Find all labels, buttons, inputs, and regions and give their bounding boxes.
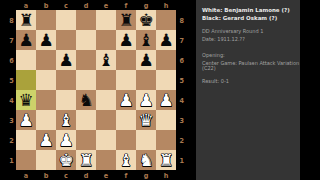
result-line: Result: 0-1: [202, 78, 300, 84]
square-b8: [36, 10, 56, 30]
rank-label-2-left: 2: [7, 130, 16, 150]
file-label-b-bottom: b: [36, 170, 56, 180]
square-d3: [76, 110, 96, 130]
square-f4: ♟: [116, 90, 136, 110]
square-g1: ♞: [136, 150, 156, 170]
file-label-c-top: c: [56, 0, 76, 10]
white-rook: ♜: [78, 150, 93, 170]
square-h1: ♜: [156, 150, 176, 170]
stage: abcdefgh8♜♜♚87♟♟♟♝♟76♟♝♟6554♛♞♟♟♟43♟♝♛32…: [0, 0, 320, 180]
event-line: DD Anniversary Round 1: [202, 29, 300, 35]
opening-heading: Opening:: [202, 53, 300, 59]
square-g4: ♟: [136, 90, 156, 110]
square-d7: [76, 30, 96, 50]
square-a6: [16, 50, 36, 70]
square-h6: [156, 50, 176, 70]
square-h8: [156, 10, 176, 30]
white-pawn: ♟: [138, 90, 153, 110]
square-h4: ♟: [156, 90, 176, 110]
rank-label-6-left: 6: [7, 50, 16, 70]
black-rook: ♜: [118, 10, 133, 30]
square-b1: [36, 150, 56, 170]
square-f1: ♝: [116, 150, 136, 170]
rank-label-3-right: 3: [176, 110, 196, 130]
rank-label-8-right: 8: [176, 10, 196, 30]
game-info-panel: White: Benjamin Lamone (?) Black: Gerard…: [196, 0, 300, 180]
square-c6: ♟: [56, 50, 76, 70]
black-pawn: ♟: [118, 30, 133, 50]
square-b2: ♟: [36, 130, 56, 150]
square-e2: [96, 130, 116, 150]
rank-label-5-left: 5: [7, 70, 16, 90]
square-c1: ♚: [56, 150, 76, 170]
file-label-h-bottom: h: [156, 170, 176, 180]
square-d6: [76, 50, 96, 70]
black-player-line: Black: Gerard Oskam (?): [202, 16, 300, 22]
file-label-g-top: g: [136, 0, 156, 10]
square-a5: [16, 70, 36, 90]
file-label-h-top: h: [156, 0, 176, 10]
square-c7: [56, 30, 76, 50]
square-h5: [156, 70, 176, 90]
square-f5: [116, 70, 136, 90]
rank-label-1-right: 1: [176, 150, 196, 170]
square-h3: [156, 110, 176, 130]
square-f7: ♟: [116, 30, 136, 50]
white-queen: ♛: [138, 110, 153, 130]
square-f3: [116, 110, 136, 130]
file-label-e-bottom: e: [96, 170, 116, 180]
square-c8: [56, 10, 76, 30]
square-a1: [16, 150, 36, 170]
date-line: Date: 1911.12.??: [202, 36, 300, 42]
square-e3: [96, 110, 116, 130]
square-c5: [56, 70, 76, 90]
corner-bottom-right: [176, 170, 196, 180]
square-g7: ♝: [136, 30, 156, 50]
square-d2: [76, 130, 96, 150]
square-h2: [156, 130, 176, 150]
square-e4: [96, 90, 116, 110]
rank-label-4-left: 4: [7, 90, 16, 110]
right-black-margin: [300, 0, 320, 180]
square-e8: [96, 10, 116, 30]
black-pawn: ♟: [138, 50, 153, 70]
black-knight: ♞: [78, 90, 93, 110]
white-knight: ♞: [138, 150, 153, 170]
white-pawn: ♟: [58, 130, 73, 150]
file-label-f-top: f: [116, 0, 136, 10]
rank-label-2-right: 2: [176, 130, 196, 150]
file-label-f-bottom: f: [116, 170, 136, 180]
black-pawn: ♟: [58, 50, 73, 70]
rank-label-5-right: 5: [176, 70, 196, 90]
square-f8: ♜: [116, 10, 136, 30]
black-pawn: ♟: [158, 30, 173, 50]
square-b4: [36, 90, 56, 110]
square-b5: [36, 70, 56, 90]
square-f6: [116, 50, 136, 70]
rank-label-6-right: 6: [176, 50, 196, 70]
white-pawn: ♟: [158, 90, 173, 110]
rank-label-4-right: 4: [176, 90, 196, 110]
file-label-b-top: b: [36, 0, 56, 10]
white-player-line: White: Benjamin Lamone (?): [202, 7, 300, 13]
black-queen: ♛: [18, 90, 33, 110]
square-d1: ♜: [76, 150, 96, 170]
rank-label-7-left: 7: [7, 30, 16, 50]
file-label-d-top: d: [76, 0, 96, 10]
black-pawn: ♟: [38, 30, 53, 50]
rank-label-7-right: 7: [176, 30, 196, 50]
opening-line: Center Game: Paulsen Attack Variation (C…: [202, 60, 300, 71]
file-label-e-top: e: [96, 0, 116, 10]
square-f2: [116, 130, 136, 150]
square-a8: ♜: [16, 10, 36, 30]
square-e5: [96, 70, 116, 90]
square-h7: ♟: [156, 30, 176, 50]
square-a3: ♟: [16, 110, 36, 130]
screenshot-viewport: abcdefgh8♜♜♚87♟♟♟♝♟76♟♝♟6554♛♞♟♟♟43♟♝♛32…: [0, 0, 320, 180]
white-pawn: ♟: [38, 130, 53, 150]
black-bishop: ♝: [98, 50, 113, 70]
square-c3: ♝: [56, 110, 76, 130]
white-rook: ♜: [158, 150, 173, 170]
file-label-g-bottom: g: [136, 170, 156, 180]
black-rook: ♜: [18, 10, 33, 30]
square-e6: ♝: [96, 50, 116, 70]
file-label-a-top: a: [16, 0, 36, 10]
square-g6: ♟: [136, 50, 156, 70]
square-d4: ♞: [76, 90, 96, 110]
white-pawn: ♟: [18, 110, 33, 130]
square-g5: [136, 70, 156, 90]
square-a4: ♛: [16, 90, 36, 110]
black-king: ♚: [138, 10, 153, 30]
white-bishop: ♝: [58, 110, 73, 130]
square-a2: [16, 130, 36, 150]
black-pawn: ♟: [18, 30, 33, 50]
square-g2: [136, 130, 156, 150]
square-c4: [56, 90, 76, 110]
square-e1: [96, 150, 116, 170]
square-g3: ♛: [136, 110, 156, 130]
square-d8: [76, 10, 96, 30]
rank-label-3-left: 3: [7, 110, 16, 130]
white-pawn: ♟: [118, 90, 133, 110]
file-label-c-bottom: c: [56, 170, 76, 180]
corner-top-left: [7, 0, 16, 10]
file-label-d-bottom: d: [76, 170, 96, 180]
square-b3: [36, 110, 56, 130]
rank-label-1-left: 1: [7, 150, 16, 170]
white-bishop: ♝: [118, 150, 133, 170]
white-king: ♚: [58, 150, 73, 170]
square-d5: [76, 70, 96, 90]
file-label-a-bottom: a: [16, 170, 36, 180]
corner-top-right: [176, 0, 196, 10]
rank-label-8-left: 8: [7, 10, 16, 30]
chess-board: abcdefgh8♜♜♚87♟♟♟♝♟76♟♝♟6554♛♞♟♟♟43♟♝♛32…: [7, 0, 196, 180]
corner-bottom-left: [7, 170, 16, 180]
square-c2: ♟: [56, 130, 76, 150]
square-g8: ♚: [136, 10, 156, 30]
square-a7: ♟: [16, 30, 36, 50]
square-b6: [36, 50, 56, 70]
black-bishop: ♝: [138, 30, 153, 50]
square-e7: [96, 30, 116, 50]
square-b7: ♟: [36, 30, 56, 50]
